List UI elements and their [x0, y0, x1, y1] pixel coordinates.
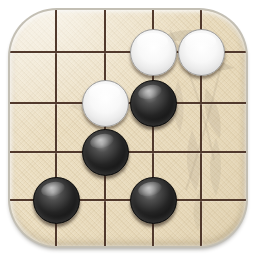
- stone-highlight: [137, 83, 163, 102]
- stone-highlight: [185, 33, 216, 50]
- stone-highlight: [40, 180, 66, 199]
- stone-black[interactable]: [130, 80, 177, 127]
- stones-layer: [10, 10, 246, 246]
- stone-white[interactable]: [82, 80, 129, 127]
- stone-highlight: [89, 84, 120, 101]
- stone-highlight: [137, 33, 168, 50]
- stone-black[interactable]: [33, 177, 80, 224]
- stone-highlight: [137, 180, 163, 199]
- screenshot: [0, 0, 256, 256]
- stone-black[interactable]: [82, 129, 129, 176]
- go-board-app-icon[interactable]: [10, 10, 246, 246]
- stone-highlight: [89, 132, 115, 151]
- stone-black[interactable]: [130, 177, 177, 224]
- stone-white[interactable]: [130, 29, 177, 76]
- stone-white[interactable]: [178, 29, 225, 76]
